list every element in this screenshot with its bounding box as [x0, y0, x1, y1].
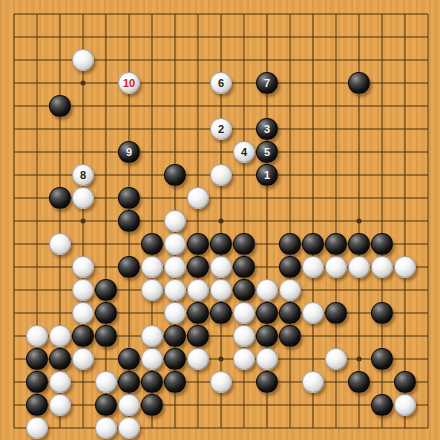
- go-stone-white: [49, 233, 71, 255]
- go-stone-black: 5: [256, 141, 278, 163]
- go-stone-black: [164, 371, 186, 393]
- go-stone-white: [233, 348, 255, 370]
- go-stone-black: [141, 233, 163, 255]
- move-number-label: 5: [264, 147, 270, 158]
- move-number-label: 2: [218, 124, 224, 135]
- stones-layer: 10672394581: [0, 0, 440, 440]
- go-stone-black: [256, 371, 278, 393]
- go-stone-black: [49, 95, 71, 117]
- go-stone-white: [187, 187, 209, 209]
- go-stone-white: [164, 279, 186, 301]
- go-stone-white: [210, 371, 232, 393]
- go-stone-black: 1: [256, 164, 278, 186]
- go-stone-white: [141, 279, 163, 301]
- go-stone-black: [371, 233, 393, 255]
- go-stone-black: [210, 233, 232, 255]
- last-move-number-label: 10: [123, 78, 135, 89]
- go-stone-black: [95, 302, 117, 324]
- go-stone-black: [279, 233, 301, 255]
- go-stone-white: [26, 417, 48, 439]
- go-stone-black: [72, 325, 94, 347]
- go-stone-white: [325, 348, 347, 370]
- go-stone-white: [348, 256, 370, 278]
- go-stone-white: [210, 279, 232, 301]
- go-stone-black: [118, 210, 140, 232]
- go-stone-black: [348, 233, 370, 255]
- go-stone-black: [325, 302, 347, 324]
- go-stone-black: [187, 325, 209, 347]
- go-stone-white: [141, 325, 163, 347]
- go-stone-black: [348, 72, 370, 94]
- go-stone-white: 10: [118, 72, 140, 94]
- go-stone-black: [26, 394, 48, 416]
- go-stone-black: [233, 256, 255, 278]
- go-stone-white: [302, 256, 324, 278]
- go-stone-white: [164, 256, 186, 278]
- go-stone-white: [210, 164, 232, 186]
- go-stone-black: [233, 233, 255, 255]
- go-stone-black: [49, 348, 71, 370]
- go-stone-white: [72, 348, 94, 370]
- go-stone-white: [325, 256, 347, 278]
- go-stone-white: [72, 49, 94, 71]
- go-stone-black: [187, 233, 209, 255]
- go-stone-black: [187, 302, 209, 324]
- go-stone-black: [26, 348, 48, 370]
- go-stone-white: [164, 210, 186, 232]
- go-stone-black: [118, 371, 140, 393]
- go-stone-black: [118, 187, 140, 209]
- go-stone-white: [95, 417, 117, 439]
- go-stone-white: [233, 302, 255, 324]
- go-stone-black: [210, 302, 232, 324]
- go-stone-white: [49, 394, 71, 416]
- go-stone-black: [49, 187, 71, 209]
- go-stone-black: [187, 256, 209, 278]
- go-stone-black: [118, 348, 140, 370]
- go-stone-white: [233, 325, 255, 347]
- go-stone-white: [49, 371, 71, 393]
- go-stone-white: 4: [233, 141, 255, 163]
- move-number-label: 3: [264, 124, 270, 135]
- move-number-label: 1: [264, 170, 270, 181]
- go-stone-black: [164, 325, 186, 347]
- go-board[interactable]: 10672394581: [0, 0, 440, 440]
- go-stone-white: 6: [210, 72, 232, 94]
- go-stone-white: [187, 279, 209, 301]
- go-stone-white: 2: [210, 118, 232, 140]
- go-stone-black: [394, 371, 416, 393]
- go-stone-black: [348, 371, 370, 393]
- go-stone-white: [279, 279, 301, 301]
- go-stone-white: [187, 348, 209, 370]
- go-stone-black: [95, 325, 117, 347]
- go-stone-black: [164, 348, 186, 370]
- go-stone-white: [118, 417, 140, 439]
- go-stone-white: [164, 302, 186, 324]
- go-stone-white: [394, 256, 416, 278]
- move-number-label: 9: [126, 147, 132, 158]
- go-stone-black: [233, 279, 255, 301]
- go-stone-black: [95, 279, 117, 301]
- go-stone-white: [371, 256, 393, 278]
- go-stone-black: [279, 256, 301, 278]
- go-stone-white: [302, 302, 324, 324]
- go-stone-white: [141, 256, 163, 278]
- go-stone-black: [302, 233, 324, 255]
- go-stone-white: [118, 394, 140, 416]
- go-stone-white: [302, 371, 324, 393]
- go-stone-white: [394, 394, 416, 416]
- go-stone-black: [95, 394, 117, 416]
- go-stone-black: [371, 348, 393, 370]
- go-stone-black: 9: [118, 141, 140, 163]
- go-stone-white: [72, 279, 94, 301]
- go-stone-black: [279, 302, 301, 324]
- go-stone-white: [95, 371, 117, 393]
- go-stone-white: 8: [72, 164, 94, 186]
- go-stone-white: [141, 348, 163, 370]
- go-stone-black: [164, 164, 186, 186]
- go-stone-white: [72, 256, 94, 278]
- move-number-label: 7: [264, 78, 270, 89]
- go-stone-white: [256, 279, 278, 301]
- go-stone-black: [141, 394, 163, 416]
- go-stone-black: 7: [256, 72, 278, 94]
- move-number-label: 8: [80, 170, 86, 181]
- go-stone-black: [26, 371, 48, 393]
- go-stone-white: [210, 256, 232, 278]
- go-stone-black: [256, 302, 278, 324]
- go-stone-black: [141, 371, 163, 393]
- go-stone-black: [371, 394, 393, 416]
- go-stone-white: [72, 187, 94, 209]
- go-stone-black: [325, 233, 347, 255]
- go-stone-black: [371, 302, 393, 324]
- go-stone-white: [26, 325, 48, 347]
- go-stone-white: [49, 325, 71, 347]
- move-number-label: 4: [241, 147, 247, 158]
- go-stone-white: [164, 233, 186, 255]
- go-stone-black: [256, 325, 278, 347]
- go-stone-white: [72, 302, 94, 324]
- go-stone-white: [256, 348, 278, 370]
- go-stone-black: [118, 256, 140, 278]
- go-stone-black: 3: [256, 118, 278, 140]
- go-stone-black: [279, 325, 301, 347]
- move-number-label: 6: [218, 78, 224, 89]
